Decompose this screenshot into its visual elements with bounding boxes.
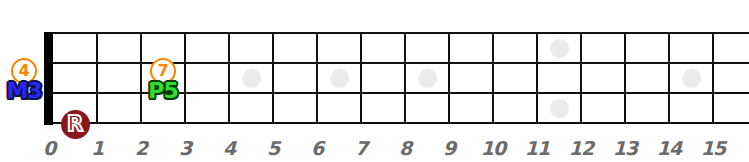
fret-wire	[360, 32, 362, 124]
fret-wire	[96, 32, 98, 124]
fretboard-diagram: 01234567891011121314154M37P5R	[0, 0, 749, 162]
root-marker: R	[61, 110, 90, 139]
fret-number: 8	[390, 139, 420, 157]
inlay-dot	[682, 69, 701, 88]
fret-number: 12	[566, 139, 596, 157]
string-line	[44, 62, 749, 64]
fret-wire	[492, 32, 494, 124]
inlay-dot	[550, 99, 569, 118]
fret-number: 13	[610, 139, 640, 157]
fret-wire	[624, 32, 626, 124]
inlay-dot	[550, 39, 569, 58]
fret-wire	[536, 32, 538, 124]
inlay-dot	[330, 69, 349, 88]
fret-wire	[272, 32, 274, 124]
fret-wire	[668, 32, 670, 124]
fret-wire	[404, 32, 406, 124]
interval-label-M3: M3	[0, 78, 54, 104]
fret-number: 3	[170, 139, 200, 157]
fret-number: 4	[214, 139, 244, 157]
fret-wire	[448, 32, 450, 124]
fret-number: 9	[434, 139, 464, 157]
fret-wire	[712, 32, 714, 124]
fret-number: 6	[302, 139, 332, 157]
fret-wire	[580, 32, 582, 124]
fret-number: 1	[82, 139, 112, 157]
string-line	[44, 122, 749, 124]
fret-wire	[316, 32, 318, 124]
fret-number: 15	[698, 139, 728, 157]
fret-number: 0	[34, 139, 64, 157]
fret-number: 2	[126, 139, 156, 157]
string-line	[44, 32, 749, 34]
interval-label-P5: P5	[133, 78, 193, 104]
fret-number: 14	[654, 139, 684, 157]
fret-number: 11	[522, 139, 552, 157]
fret-number: 10	[478, 139, 508, 157]
fret-wire	[228, 32, 230, 124]
fret-number: 7	[346, 139, 376, 157]
inlay-dot	[242, 69, 261, 88]
fret-number: 5	[258, 139, 288, 157]
inlay-dot	[418, 69, 437, 88]
